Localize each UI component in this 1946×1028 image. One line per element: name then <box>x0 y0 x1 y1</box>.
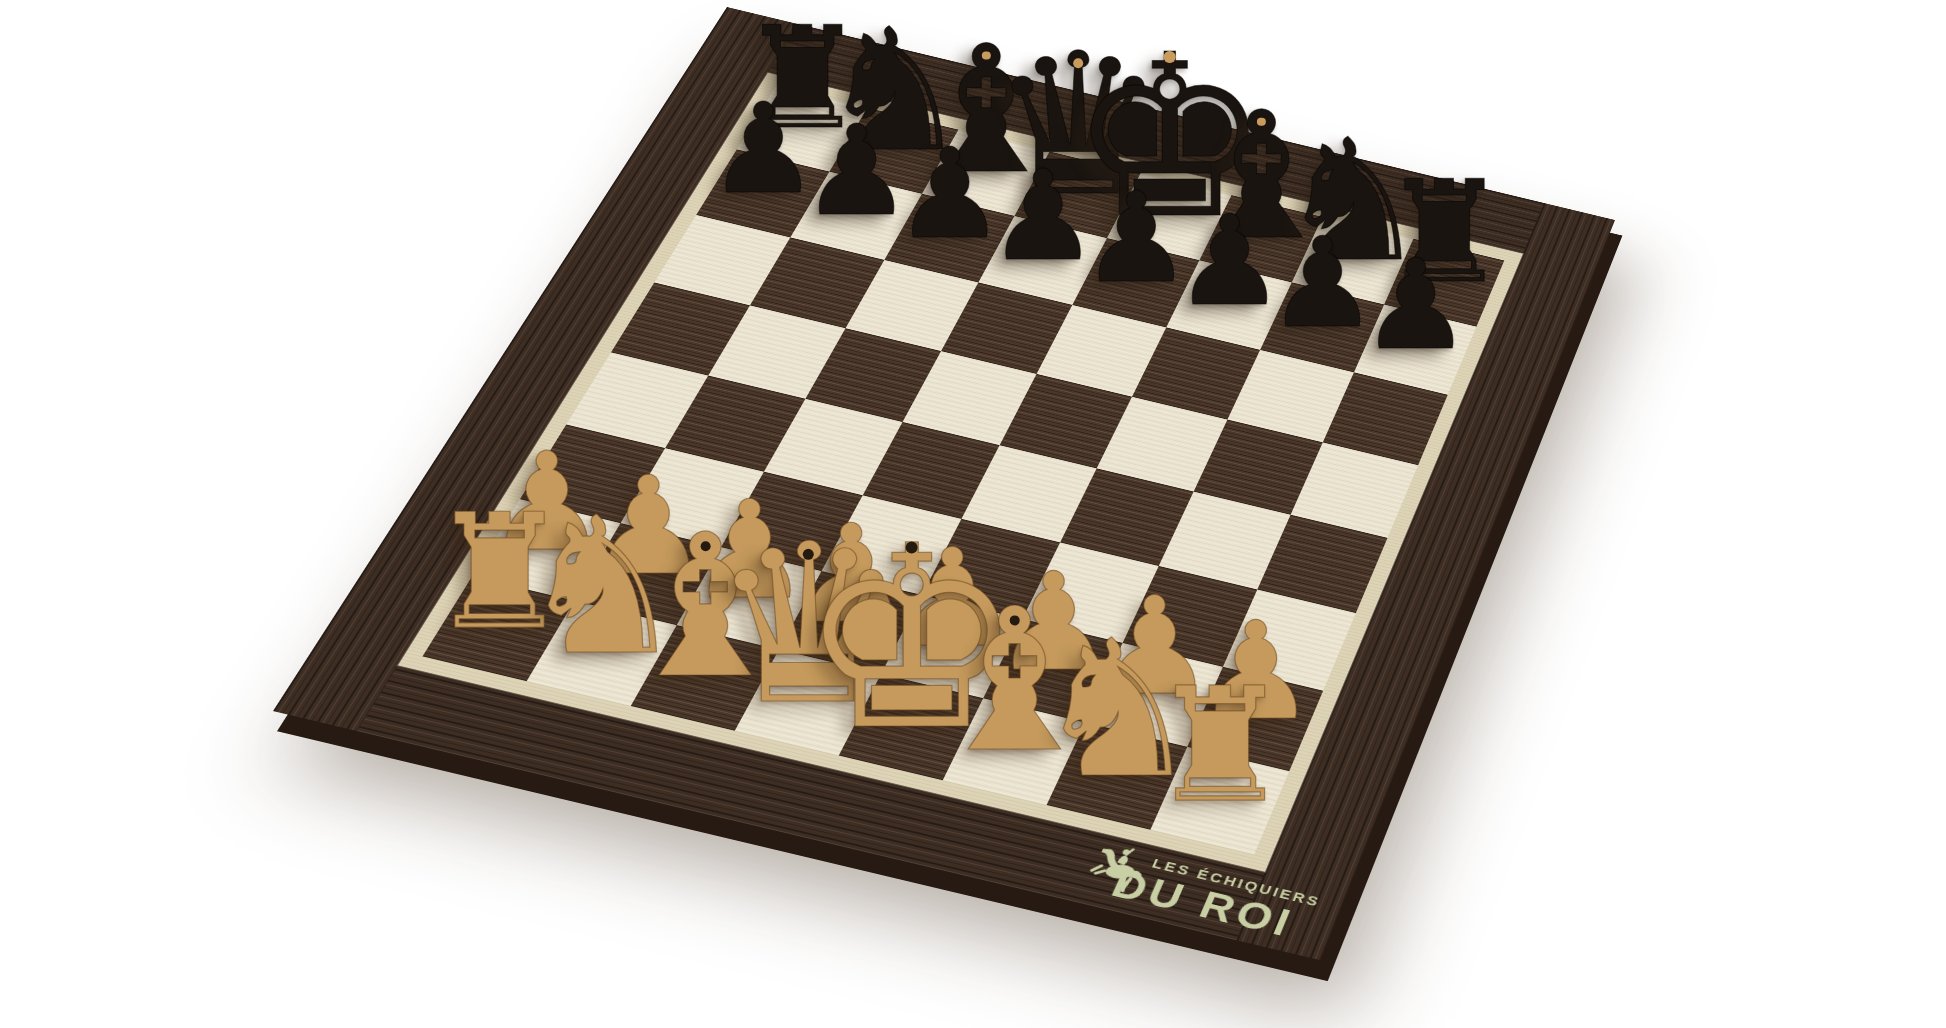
piece-finial <box>1257 117 1266 126</box>
product-photo-stage: LES ÉCHIQUIERS DU ROI ♜♞♝♟♛♟♚♟♝♟♞♜♟♟♟♟♟♟… <box>0 0 1946 1028</box>
piece-finial <box>1073 58 1083 68</box>
piece-finial <box>982 51 991 60</box>
piece-finial <box>1164 51 1175 62</box>
chess-board: LES ÉCHIQUIERS DU ROI <box>273 7 1615 960</box>
